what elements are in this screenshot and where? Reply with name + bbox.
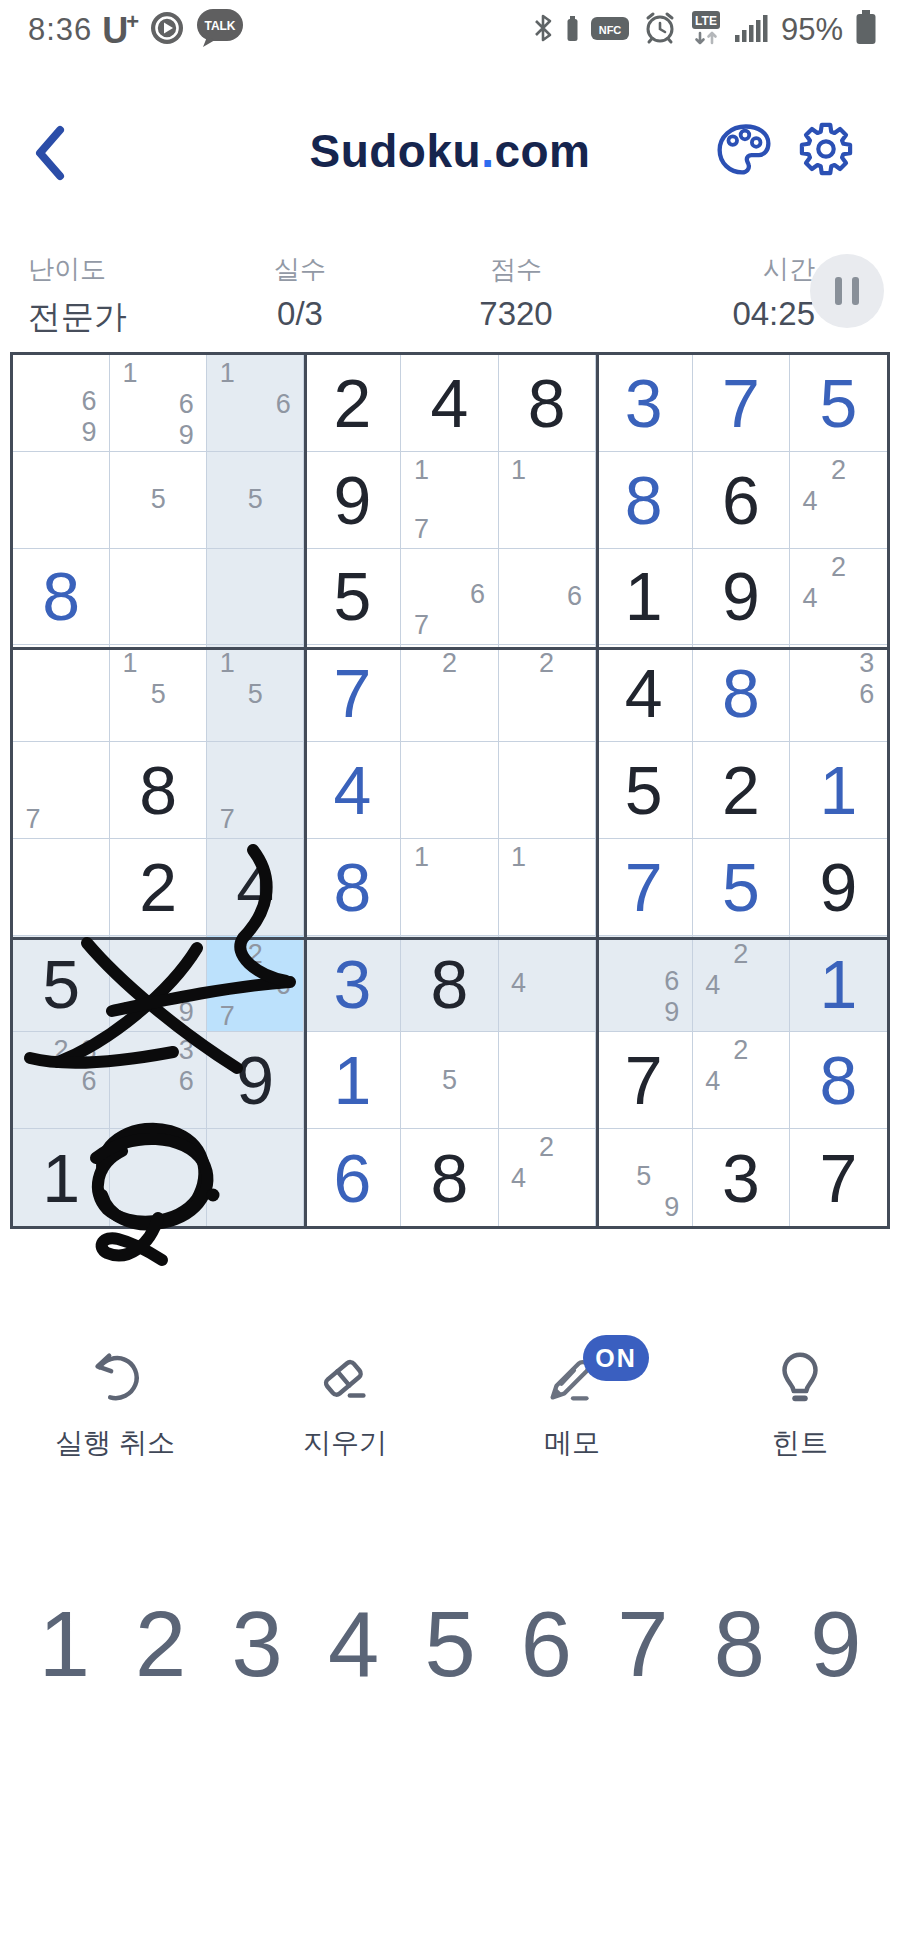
pencil-notes: 6 — [505, 552, 589, 642]
cell-r7c7[interactable]: 69 — [596, 936, 693, 1033]
cell-r8c5[interactable]: 5 — [401, 1032, 498, 1129]
given-digit: 8 — [499, 355, 595, 451]
notes-button[interactable]: ON 메모 — [487, 1332, 657, 1462]
cell-r7c8[interactable]: 24 — [693, 936, 790, 1033]
given-digit: 9 — [304, 452, 400, 548]
pencil-notes: 5 — [407, 1035, 491, 1125]
cell-r7c4[interactable]: 3 — [304, 936, 401, 1033]
user-digit: 7 — [596, 839, 692, 935]
numpad-7[interactable]: 7 — [595, 1588, 691, 1700]
cell-r5c9[interactable]: 1 — [790, 742, 887, 839]
cell-r2c6[interactable]: 1 — [499, 452, 596, 549]
box-divider — [13, 937, 887, 940]
given-digit: 3 — [693, 1129, 789, 1226]
given-digit: 9 — [207, 1032, 303, 1128]
lightbulb-icon — [769, 1346, 831, 1410]
given-digit: 4 — [401, 355, 497, 451]
cell-r6c2[interactable]: 2 — [110, 839, 207, 936]
cell-r2c5[interactable]: 17 — [401, 452, 498, 549]
pencil-notes: 17 — [407, 455, 491, 545]
nfc-icon: NFC — [589, 11, 631, 49]
cell-r7c6[interactable]: 4 — [499, 936, 596, 1033]
cell-r1c7[interactable]: 3 — [596, 355, 693, 452]
pencil-notes: 2 — [505, 648, 589, 738]
cell-r4c3[interactable]: 15 — [207, 645, 304, 742]
cell-r9c6[interactable]: 24 — [499, 1129, 596, 1226]
cell-r1c3[interactable]: 16 — [207, 355, 304, 452]
given-digit: 2 — [304, 355, 400, 451]
cell-r9c4[interactable]: 6 — [304, 1129, 401, 1226]
given-digit: 9 — [790, 839, 887, 935]
pencil-notes: 1 — [505, 842, 589, 932]
pencil-notes: 36 — [116, 1035, 200, 1125]
cell-r3c2[interactable] — [110, 549, 207, 646]
undo-icon — [84, 1346, 146, 1410]
cell-r9c9[interactable]: 7 — [790, 1129, 887, 1226]
given-digit: 8 — [401, 1129, 497, 1226]
hint-label: 힌트 — [715, 1424, 885, 1462]
notes-on-badge: ON — [583, 1335, 649, 1381]
cell-r7c5[interactable]: 8 — [401, 936, 498, 1033]
user-digit: 1 — [304, 1032, 400, 1128]
cell-r9c1[interactable]: 1 — [13, 1129, 110, 1226]
pencil-notes: 15 — [116, 648, 200, 738]
cell-r2c7[interactable]: 8 — [596, 452, 693, 549]
user-digit: 3 — [304, 936, 400, 1032]
cell-r5c3[interactable]: 7 — [207, 742, 304, 839]
cell-r8c6[interactable] — [499, 1032, 596, 1129]
alarm-clock-icon — [642, 10, 678, 50]
cell-r5c2[interactable]: 8 — [110, 742, 207, 839]
stat-score: 점수 7320 — [426, 252, 606, 333]
cell-r2c9[interactable]: 24 — [790, 452, 887, 549]
cell-r4c1[interactable] — [13, 645, 110, 742]
user-digit: 8 — [596, 452, 692, 548]
cell-r1c5[interactable]: 4 — [401, 355, 498, 452]
cell-r8c3[interactable]: 9 — [207, 1032, 304, 1129]
user-digit: 5 — [693, 839, 789, 935]
pencil-notes: 69 — [19, 358, 103, 448]
cell-r4c9[interactable]: 36 — [790, 645, 887, 742]
given-digit: 1 — [596, 549, 692, 645]
cell-r3c3[interactable] — [207, 549, 304, 646]
stat-time: 시간 04:25 — [630, 252, 815, 333]
user-digit: 8 — [13, 549, 109, 645]
play-badge-icon — [149, 10, 185, 50]
cell-r7c1[interactable]: 5 — [13, 936, 110, 1033]
app-header: Sudoku.com — [0, 108, 900, 198]
undo-button[interactable]: 실행 취소 — [30, 1332, 200, 1462]
user-digit: 8 — [693, 645, 789, 741]
box-divider — [13, 647, 887, 650]
given-digit: 1 — [13, 1129, 109, 1226]
cell-r3c8[interactable]: 9 — [693, 549, 790, 646]
pencil-notes: 5 — [213, 455, 297, 545]
cell-r2c2[interactable]: 5 — [110, 452, 207, 549]
bluetooth-icon — [533, 11, 555, 49]
cell-r4c6[interactable]: 2 — [499, 645, 596, 742]
cell-r2c1[interactable] — [13, 452, 110, 549]
cell-r4c2[interactable]: 15 — [110, 645, 207, 742]
user-digit: 8 — [304, 839, 400, 935]
cell-r2c4[interactable]: 9 — [304, 452, 401, 549]
cell-r6c4[interactable]: 8 — [304, 839, 401, 936]
nfc-label: NFC — [599, 24, 622, 36]
cell-r1c9[interactable]: 5 — [790, 355, 887, 452]
pencil-notes: 267 — [213, 939, 297, 1029]
cell-r4c8[interactable]: 8 — [693, 645, 790, 742]
toolbar: 실행 취소 지우기 ON 메모 — [0, 1332, 900, 1492]
pencil-notes: 1 — [407, 842, 491, 932]
cell-r4c5[interactable]: 2 — [401, 645, 498, 742]
numpad-8[interactable]: 8 — [691, 1588, 787, 1700]
given-digit: 7 — [790, 1129, 887, 1226]
pencil-notes: 69 — [602, 939, 686, 1029]
cell-r8c7[interactable]: 7 — [596, 1032, 693, 1129]
numpad-3[interactable]: 3 — [209, 1588, 305, 1700]
cell-r4c7[interactable]: 4 — [596, 645, 693, 742]
box-divider — [304, 355, 307, 1226]
numpad-2[interactable]: 2 — [112, 1588, 208, 1700]
numpad-6[interactable]: 6 — [498, 1588, 594, 1700]
pencil-notes: 7 — [213, 745, 297, 835]
cell-r9c7[interactable]: 59 — [596, 1129, 693, 1226]
eraser-icon — [314, 1346, 376, 1410]
clock-time: 8:36 — [28, 12, 92, 48]
cell-r5c7[interactable]: 5 — [596, 742, 693, 839]
cell-r4c4[interactable]: 7 — [304, 645, 401, 742]
given-digit: 7 — [596, 1032, 692, 1128]
pencil-notes: 15 — [213, 648, 297, 738]
cell-r1c4[interactable]: 2 — [304, 355, 401, 452]
pencil-notes: 4 — [505, 939, 589, 1029]
cell-r6c7[interactable]: 7 — [596, 839, 693, 936]
cell-r1c8[interactable]: 7 — [693, 355, 790, 452]
cell-r5c4[interactable]: 4 — [304, 742, 401, 839]
user-digit: 7 — [304, 645, 400, 741]
sudoku-board[interactable]: 6916916248375559171862485676192415157224… — [10, 352, 890, 1229]
user-digit: 3 — [596, 355, 692, 451]
pencil-notes: 16 — [213, 358, 297, 448]
cell-r6c6[interactable]: 1 — [499, 839, 596, 936]
cell-r9c8[interactable]: 3 — [693, 1129, 790, 1226]
cell-r6c3[interactable]: 4 — [207, 839, 304, 936]
cell-r7c2[interactable]: 79 — [110, 936, 207, 1033]
lte-label: LTE — [695, 14, 717, 28]
hint-button[interactable]: 힌트 — [715, 1332, 885, 1462]
pencil-notes: 236 — [19, 1035, 103, 1125]
lte-icon: LTE — [689, 9, 723, 51]
pencil-notes: 36 — [796, 648, 881, 738]
pencil-notes: 24 — [796, 552, 881, 642]
stat-mistakes: 실수 0/3 — [210, 252, 390, 333]
user-digit: 1 — [790, 742, 887, 838]
pencil-notes: 24 — [505, 1132, 589, 1223]
cell-r5c5[interactable] — [401, 742, 498, 839]
cell-r5c1[interactable]: 7 — [13, 742, 110, 839]
cell-r8c4[interactable]: 1 — [304, 1032, 401, 1129]
battery-icon — [854, 8, 878, 52]
numpad-1[interactable]: 1 — [16, 1588, 112, 1700]
given-digit: 5 — [304, 549, 400, 645]
cell-r9c2[interactable] — [110, 1129, 207, 1226]
numpad-9[interactable]: 9 — [788, 1588, 884, 1700]
erase-label: 지우기 — [260, 1424, 430, 1462]
stat-difficulty: 난이도 전문가 — [28, 252, 127, 340]
carrier-logo: U+ — [102, 9, 139, 52]
undo-label: 실행 취소 — [30, 1424, 200, 1462]
given-digit: 2 — [693, 742, 789, 838]
stats-row: 난이도 전문가 실수 0/3 점수 7320 시간 04:25 — [0, 252, 900, 340]
erase-button[interactable]: 지우기 — [260, 1332, 430, 1462]
signal-bars-icon — [734, 11, 770, 49]
talk-label: TALK — [205, 19, 236, 33]
pencil-notes: 67 — [407, 552, 491, 642]
cell-r3c5[interactable]: 67 — [401, 549, 498, 646]
cell-r5c8[interactable]: 2 — [693, 742, 790, 839]
pencil-notes: 59 — [602, 1132, 686, 1223]
cell-r1c1[interactable]: 69 — [13, 355, 110, 452]
numpad-5[interactable]: 5 — [402, 1588, 498, 1700]
pencil-notes: 5 — [116, 455, 200, 545]
cell-r2c8[interactable]: 6 — [693, 452, 790, 549]
pause-button[interactable] — [810, 254, 884, 328]
given-digit: 9 — [693, 549, 789, 645]
given-digit: 5 — [596, 742, 692, 838]
cell-r3c9[interactable]: 24 — [790, 549, 887, 646]
pencil-notes: 7 — [19, 745, 103, 835]
cell-r8c9[interactable]: 8 — [790, 1032, 887, 1129]
given-digit: 2 — [110, 839, 206, 935]
pencil-notes: 1 — [505, 455, 589, 545]
cell-r8c1[interactable]: 236 — [13, 1032, 110, 1129]
cell-r3c6[interactable]: 6 — [499, 549, 596, 646]
cell-r1c6[interactable]: 8 — [499, 355, 596, 452]
settings-gear-button[interactable] — [797, 118, 857, 180]
given-digit: 8 — [401, 936, 497, 1032]
user-digit: 7 — [693, 355, 789, 451]
pencil-notes: 169 — [116, 358, 200, 448]
cell-r6c9[interactable]: 9 — [790, 839, 887, 936]
given-digit: 4 — [596, 645, 692, 741]
cell-r9c3[interactable] — [207, 1129, 304, 1226]
cell-r6c1[interactable] — [13, 839, 110, 936]
status-bar: 8:36 U+ TALK — [0, 6, 900, 54]
pencil-notes: 79 — [116, 939, 200, 1029]
cell-r3c4[interactable]: 5 — [304, 549, 401, 646]
cell-r3c7[interactable]: 1 — [596, 549, 693, 646]
user-digit: 5 — [790, 355, 887, 451]
cell-r8c8[interactable]: 24 — [693, 1032, 790, 1129]
notes-label: 메모 — [487, 1424, 657, 1462]
user-digit: 1 — [790, 936, 887, 1032]
pencil-notes: 24 — [796, 455, 881, 545]
pencil-notes: 2 — [407, 648, 491, 738]
cell-r6c8[interactable]: 5 — [693, 839, 790, 936]
cell-r1c2[interactable]: 169 — [110, 355, 207, 452]
number-pad: 1 2 3 4 5 6 7 8 9 — [16, 1588, 884, 1700]
cell-r2c3[interactable]: 5 — [207, 452, 304, 549]
given-digit: 4 — [207, 839, 303, 935]
box-divider — [596, 355, 599, 1226]
cell-r7c9[interactable]: 1 — [790, 936, 887, 1033]
theme-palette-button[interactable] — [714, 118, 774, 180]
given-digit: 8 — [110, 742, 206, 838]
given-digit: 6 — [693, 452, 789, 548]
kakaotalk-icon: TALK — [195, 7, 245, 53]
pencil-notes: 24 — [699, 939, 783, 1029]
battery-percent: 95% — [781, 12, 843, 48]
user-digit: 6 — [304, 1129, 400, 1226]
cell-r3c1[interactable]: 8 — [13, 549, 110, 646]
user-digit: 4 — [304, 742, 400, 838]
earbud-battery-icon — [566, 11, 578, 49]
pencil-notes: 24 — [699, 1035, 783, 1125]
user-digit: 8 — [790, 1032, 887, 1128]
cell-r6c5[interactable]: 1 — [401, 839, 498, 936]
numpad-4[interactable]: 4 — [305, 1588, 401, 1700]
cell-r9c5[interactable]: 8 — [401, 1129, 498, 1226]
given-digit: 5 — [13, 936, 109, 1032]
cell-r7c3[interactable]: 267 — [207, 936, 304, 1033]
cell-r5c6[interactable] — [499, 742, 596, 839]
cell-r8c2[interactable]: 36 — [110, 1032, 207, 1129]
